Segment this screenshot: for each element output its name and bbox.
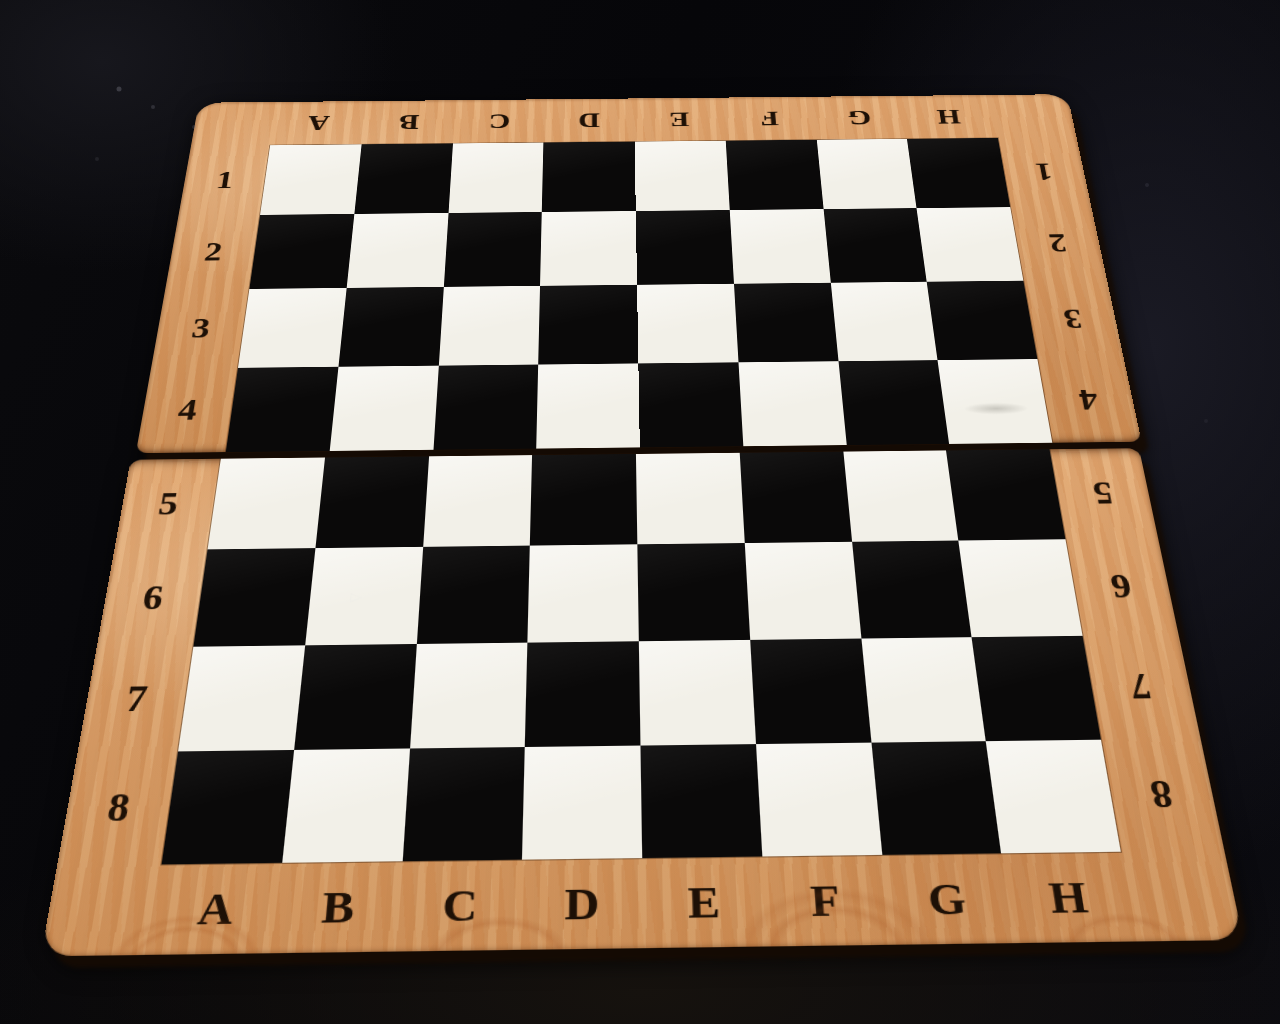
rank-label-right-7: 7 xyxy=(1083,635,1201,740)
square-d6[interactable] xyxy=(528,544,639,642)
square-e7[interactable] xyxy=(639,640,756,746)
square-e1[interactable] xyxy=(635,141,730,211)
square-f7[interactable] xyxy=(750,639,871,745)
file-label-top-f: F xyxy=(723,97,816,141)
rank-label-right-5: 5 xyxy=(1049,448,1158,539)
square-a1[interactable] xyxy=(260,144,361,215)
square-f8[interactable] xyxy=(756,743,882,857)
file-label-bottom-h: H xyxy=(1001,852,1136,943)
square-e2[interactable] xyxy=(636,210,734,285)
file-label-top-c: C xyxy=(453,99,545,143)
file-label-bottom-e: E xyxy=(642,856,767,948)
square-b3[interactable] xyxy=(338,287,443,367)
rank-label-left-3: 3 xyxy=(151,289,249,369)
rank-label-left-7: 7 xyxy=(78,647,194,753)
square-f5[interactable] xyxy=(739,452,851,543)
square-d5[interactable] xyxy=(530,454,637,546)
file-label-bottom-g: G xyxy=(882,853,1014,944)
square-c1[interactable] xyxy=(448,143,544,213)
board-grid-ranks-1-4 xyxy=(226,138,1052,452)
square-b2[interactable] xyxy=(346,213,448,288)
file-label-top-d: D xyxy=(544,98,635,142)
rank-label-right-2: 2 xyxy=(1010,206,1107,280)
square-d7[interactable] xyxy=(525,641,640,747)
square-a2[interactable] xyxy=(249,214,354,289)
square-g1[interactable] xyxy=(816,139,916,209)
board-upper-panel: ABCDEFGH11223344 xyxy=(136,94,1142,453)
board-lower-panel: ▷ ABCDEFGH55667788 xyxy=(41,448,1244,956)
square-b4[interactable] xyxy=(329,366,438,451)
rank-label-left-8: 8 xyxy=(57,751,178,865)
square-c8[interactable] xyxy=(402,747,525,861)
square-b8[interactable] xyxy=(282,748,410,862)
square-g7[interactable] xyxy=(861,637,986,742)
square-c5[interactable] xyxy=(423,455,533,547)
square-c6[interactable] xyxy=(416,546,530,644)
square-d4[interactable] xyxy=(536,363,639,448)
square-h6[interactable] xyxy=(959,539,1083,637)
file-label-top-e: E xyxy=(634,98,726,142)
square-a7[interactable] xyxy=(178,645,305,751)
square-f2[interactable] xyxy=(730,209,831,284)
rank-label-right-8: 8 xyxy=(1101,738,1224,851)
square-e8[interactable] xyxy=(640,744,762,858)
square-c4[interactable] xyxy=(433,365,538,450)
square-d3[interactable] xyxy=(538,285,638,365)
square-d2[interactable] xyxy=(540,211,637,286)
square-d1[interactable] xyxy=(542,142,636,212)
square-a6[interactable] xyxy=(193,548,315,647)
perspective-scene: ABCDEFGH11223344 ▷ ABCDEFGH55667788 xyxy=(0,0,1280,1024)
square-b5[interactable] xyxy=(315,456,428,548)
square-b7[interactable] xyxy=(294,644,416,750)
file-label-top-b: B xyxy=(361,100,455,144)
rank-label-left-1: 1 xyxy=(178,145,270,215)
square-a3[interactable] xyxy=(238,288,346,368)
rank-label-left-2: 2 xyxy=(165,215,260,290)
file-label-bottom-c: C xyxy=(396,860,522,952)
square-e6[interactable] xyxy=(637,543,750,641)
square-c3[interactable] xyxy=(438,286,540,366)
rank-label-left-4: 4 xyxy=(136,368,238,453)
square-e3[interactable] xyxy=(637,284,738,364)
file-label-bottom-f: F xyxy=(762,855,890,947)
square-f1[interactable] xyxy=(726,140,824,210)
square-c7[interactable] xyxy=(410,643,528,749)
photo-background: ABCDEFGH11223344 ▷ ABCDEFGH55667788 xyxy=(0,0,1280,1024)
square-a8[interactable] xyxy=(162,750,294,864)
dust-specks xyxy=(0,0,2,2)
chessboard: ABCDEFGH11223344 ▷ ABCDEFGH55667788 xyxy=(44,94,1250,965)
square-h2[interactable] xyxy=(917,207,1024,282)
rank-label-left-5: 5 xyxy=(114,459,221,551)
rank-label-right-3: 3 xyxy=(1023,280,1123,359)
square-g6[interactable] xyxy=(852,541,972,639)
square-a5[interactable] xyxy=(208,458,325,550)
square-h5[interactable] xyxy=(946,449,1065,540)
square-f6[interactable] xyxy=(745,542,861,640)
square-d8[interactable] xyxy=(522,746,642,860)
square-b6[interactable] xyxy=(305,547,423,645)
rank-label-right-1: 1 xyxy=(998,137,1091,207)
file-label-top-g: G xyxy=(812,96,907,140)
square-h4[interactable] xyxy=(938,359,1053,444)
square-g8[interactable] xyxy=(871,741,1001,855)
square-g5[interactable] xyxy=(843,450,959,541)
square-h1[interactable] xyxy=(907,138,1010,208)
square-b1[interactable] xyxy=(354,143,452,213)
square-g2[interactable] xyxy=(823,208,927,283)
file-label-bottom-b: B xyxy=(272,861,402,953)
square-f3[interactable] xyxy=(734,283,838,363)
square-g4[interactable] xyxy=(838,360,949,445)
square-a4[interactable] xyxy=(226,367,338,452)
rank-label-right-6: 6 xyxy=(1065,538,1178,636)
square-f4[interactable] xyxy=(738,361,846,446)
file-label-top-h: H xyxy=(901,95,998,139)
square-h3[interactable] xyxy=(927,281,1037,360)
rank-label-right-4: 4 xyxy=(1037,358,1141,443)
file-label-bottom-a: A xyxy=(148,863,282,955)
square-h7[interactable] xyxy=(972,636,1101,741)
square-e4[interactable] xyxy=(638,362,743,447)
file-label-top-a: A xyxy=(270,101,366,145)
board-grid-ranks-5-8 xyxy=(162,449,1121,864)
square-g3[interactable] xyxy=(830,282,937,362)
square-h8[interactable] xyxy=(986,740,1121,854)
square-e5[interactable] xyxy=(636,453,745,545)
file-label-bottom-d: D xyxy=(520,858,644,950)
square-c2[interactable] xyxy=(443,212,542,287)
rank-label-left-6: 6 xyxy=(97,549,208,648)
